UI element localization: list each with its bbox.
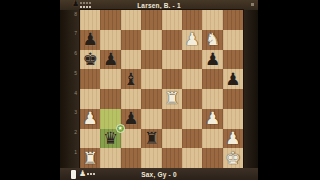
square-b8[interactable] [100, 10, 120, 30]
rank-label-4: 4 [60, 91, 77, 96]
black-pawn-h5[interactable]: ♟ [225, 70, 240, 87]
square-f3[interactable] [182, 109, 202, 129]
square-h6[interactable] [223, 50, 243, 70]
square-b4[interactable] [100, 89, 120, 109]
square-a6[interactable]: ♚ [80, 50, 100, 70]
square-h8[interactable] [223, 10, 243, 30]
square-c7[interactable] [121, 30, 141, 50]
rank-label-6: 6 [60, 51, 77, 56]
square-h3[interactable] [223, 109, 243, 129]
square-d8[interactable] [141, 10, 161, 30]
square-b6[interactable]: ♟ [100, 50, 120, 70]
square-a4[interactable] [80, 89, 100, 109]
square-h7[interactable] [223, 30, 243, 50]
square-e3[interactable] [162, 109, 182, 129]
screenshot-stage: ♟ Larsen, B. - 1 87654321 ♟♟♞♚♟♟♝♟♜♟♟♟♛♜… [0, 0, 320, 180]
square-d3[interactable] [141, 109, 161, 129]
square-b1[interactable] [100, 148, 120, 168]
black-pawn-c3[interactable]: ♟ [123, 110, 138, 127]
white-pawn-g3[interactable]: ♟ [205, 110, 220, 127]
square-d2[interactable]: ♜ [141, 129, 161, 149]
square-b7[interactable] [100, 30, 120, 50]
square-f2[interactable] [182, 129, 202, 149]
top-player-name: Larsen, B. - 1 [60, 2, 258, 9]
square-c1[interactable] [121, 148, 141, 168]
square-d5[interactable] [141, 69, 161, 89]
square-d6[interactable] [141, 50, 161, 70]
black-king-a6[interactable]: ♚ [83, 50, 98, 67]
black-pawn-a7[interactable]: ♟ [83, 31, 98, 48]
white-knight-g7[interactable]: ♞ [205, 31, 220, 48]
square-e8[interactable] [162, 10, 182, 30]
square-d7[interactable] [141, 30, 161, 50]
black-pawn-g6[interactable]: ♟ [205, 50, 220, 67]
square-c5[interactable]: ♝ [121, 69, 141, 89]
black-pawn-b6[interactable]: ♟ [103, 50, 118, 67]
bottom-player-name: Sax, Gy - 0 [60, 171, 258, 178]
square-c6[interactable] [121, 50, 141, 70]
white-rook-e4[interactable]: ♜ [164, 90, 179, 107]
top-player-bar: ♟ Larsen, B. - 1 [60, 0, 258, 10]
square-b5[interactable] [100, 69, 120, 89]
square-f4[interactable] [182, 89, 202, 109]
square-e4[interactable]: ♜ [162, 89, 182, 109]
corner-menu-icon[interactable] [251, 3, 254, 6]
square-c8[interactable] [121, 10, 141, 30]
rank-label-7: 7 [60, 31, 77, 36]
chess-viewer-app: ♟ Larsen, B. - 1 87654321 ♟♟♞♚♟♟♝♟♜♟♟♟♛♜… [60, 0, 258, 180]
square-f5[interactable] [182, 69, 202, 89]
black-rook-d2[interactable]: ♜ [144, 129, 159, 146]
square-g4[interactable] [202, 89, 222, 109]
rank-label-8: 8 [60, 12, 77, 17]
square-a2[interactable] [80, 129, 100, 149]
square-g2[interactable] [202, 129, 222, 149]
square-a3[interactable]: ♟ [80, 109, 100, 129]
square-a7[interactable]: ♟ [80, 30, 100, 50]
rank-label-2: 2 [60, 130, 77, 135]
square-h4[interactable] [223, 89, 243, 109]
square-f6[interactable] [182, 50, 202, 70]
square-a1[interactable]: ♜ [80, 148, 100, 168]
square-g8[interactable] [202, 10, 222, 30]
square-f7[interactable]: ♟ [182, 30, 202, 50]
white-king-h1[interactable]: ♚ [225, 149, 240, 166]
white-pawn-a3[interactable]: ♟ [83, 110, 98, 127]
bottom-player-bar: ♟ Sax, Gy - 0 [60, 168, 258, 180]
black-queen-b2[interactable]: ♛ [103, 129, 118, 146]
square-a8[interactable] [80, 10, 100, 30]
square-e2[interactable] [162, 129, 182, 149]
square-h5[interactable]: ♟ [223, 69, 243, 89]
square-d1[interactable] [141, 148, 161, 168]
rank-label-1: 1 [60, 150, 77, 155]
square-g5[interactable] [202, 69, 222, 89]
square-g7[interactable]: ♞ [202, 30, 222, 50]
square-g1[interactable] [202, 148, 222, 168]
black-bishop-c5[interactable]: ♝ [123, 70, 138, 87]
square-g3[interactable]: ♟ [202, 109, 222, 129]
white-pawn-f7[interactable]: ♟ [185, 31, 200, 48]
square-e7[interactable] [162, 30, 182, 50]
best-move-badge-icon: ★ [116, 124, 125, 133]
square-f1[interactable] [182, 148, 202, 168]
white-rook-a1[interactable]: ♜ [83, 149, 98, 166]
rank-label-5: 5 [60, 71, 77, 76]
white-pawn-h2[interactable]: ♟ [225, 129, 240, 146]
square-e6[interactable] [162, 50, 182, 70]
board-area: 87654321 ♟♟♞♚♟♟♝♟♜♟♟♟♛♜♟♜♚ ★ [60, 10, 258, 168]
chess-board[interactable]: ♟♟♞♚♟♟♝♟♜♟♟♟♛♜♟♜♚ [80, 10, 243, 168]
square-h2[interactable]: ♟ [223, 129, 243, 149]
square-e5[interactable] [162, 69, 182, 89]
square-f8[interactable] [182, 10, 202, 30]
rank-label-3: 3 [60, 110, 77, 115]
square-h1[interactable]: ♚ [223, 148, 243, 168]
square-e1[interactable] [162, 148, 182, 168]
square-c4[interactable] [121, 89, 141, 109]
square-g6[interactable]: ♟ [202, 50, 222, 70]
square-d4[interactable] [141, 89, 161, 109]
square-a5[interactable] [80, 69, 100, 89]
